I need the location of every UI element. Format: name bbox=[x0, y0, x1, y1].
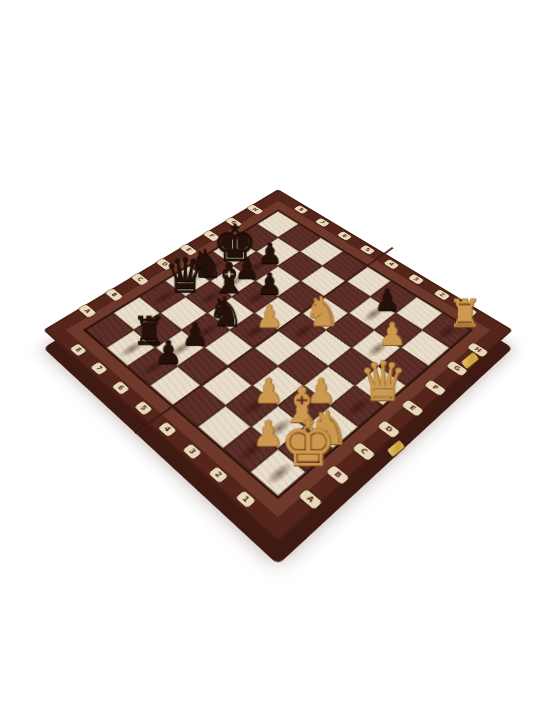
rank-label-6: 6 bbox=[337, 231, 352, 241]
file-label-B: B bbox=[105, 288, 123, 301]
file-label-C: C bbox=[131, 273, 149, 286]
product-photo-scene: 87654321 87654321 ABCDEFGH ABCDEFGH ♛♞♚♜… bbox=[0, 0, 540, 720]
rank-label-5: 5 bbox=[360, 245, 376, 255]
square-e4: ♞ bbox=[278, 313, 326, 348]
board-label-band: 87654321 87654321 ABCDEFGH ABCDEFGH ♛♞♚♜… bbox=[66, 201, 490, 518]
rank-label-7: 7 bbox=[90, 362, 107, 375]
file-label-H: H bbox=[247, 204, 264, 214]
rank-label-6: 6 bbox=[112, 381, 130, 395]
file-label-slot: B bbox=[97, 284, 131, 306]
file-label-slot: C bbox=[123, 269, 156, 291]
square-h1: ♜ bbox=[422, 313, 470, 348]
rank-label-4: 4 bbox=[158, 422, 177, 437]
file-label-slot: A bbox=[69, 300, 104, 323]
rank-label-3: 3 bbox=[408, 274, 424, 285]
square-c5 bbox=[204, 330, 253, 366]
rank-label-8: 8 bbox=[70, 343, 87, 356]
file-label-A: A bbox=[78, 304, 96, 318]
square-a6: ♟ bbox=[128, 348, 178, 386]
rank-label-5: 5 bbox=[134, 401, 152, 416]
rank-label-7: 7 bbox=[315, 218, 330, 227]
rank-label-8: 8 bbox=[294, 205, 309, 214]
board-outer-rim: 87654321 87654321 ABCDEFGH ABCDEFGH ♛♞♚♜… bbox=[43, 189, 513, 542]
chess-board: ♛♞♚♜♝♟♟♟♟♞♟♟♞♟♟♟♝♟♟♚♞♛♜ bbox=[86, 211, 471, 496]
board-tilt: 87654321 87654321 ABCDEFGH ABCDEFGH ♛♞♚♜… bbox=[43, 189, 513, 542]
rank-label-2: 2 bbox=[208, 466, 228, 483]
square-a1: ♚ bbox=[250, 449, 306, 496]
rank-label-4: 4 bbox=[383, 259, 399, 269]
rank-label-1: 1 bbox=[236, 490, 256, 508]
rank-label-3: 3 bbox=[183, 444, 202, 460]
